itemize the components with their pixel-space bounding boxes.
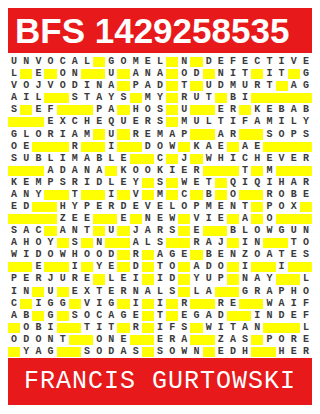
grid-cell-blocked bbox=[203, 165, 215, 177]
blocked-yellow-fill bbox=[263, 323, 275, 333]
blocked-yellow-fill bbox=[251, 262, 263, 272]
grid-letter: A bbox=[169, 130, 175, 140]
grid-letter: O bbox=[254, 250, 260, 260]
grid-cell-letter: A bbox=[142, 286, 154, 298]
grid-letter: D bbox=[145, 142, 151, 152]
blocked-yellow-fill bbox=[178, 226, 190, 236]
grid-letter: M bbox=[157, 190, 163, 200]
grid-letter: E bbox=[108, 262, 114, 272]
grid-letter: I bbox=[230, 154, 236, 164]
blocked-yellow-fill bbox=[81, 69, 93, 79]
grid-letter: T bbox=[242, 69, 248, 79]
blocked-yellow-fill bbox=[142, 178, 154, 188]
grid-cell-letter: N bbox=[142, 213, 154, 225]
grid-letter: E bbox=[121, 154, 127, 164]
grid-cell-letter: A bbox=[8, 237, 20, 249]
grid-cell-letter: M bbox=[227, 80, 239, 92]
grid-cell-letter: I bbox=[130, 298, 142, 310]
grid-letter: B bbox=[291, 190, 297, 200]
grid-cell-letter: R bbox=[251, 80, 263, 92]
grid-cell-blocked bbox=[57, 189, 69, 201]
grid-cell-letter: N bbox=[93, 80, 105, 92]
blocked-yellow-fill bbox=[166, 93, 178, 103]
grid-cell-letter: E bbox=[117, 153, 129, 165]
blocked-yellow-fill bbox=[276, 142, 288, 152]
grid-cell-letter: N bbox=[142, 68, 154, 80]
grid-letter: N bbox=[242, 274, 248, 284]
grid-cell-letter: L bbox=[142, 237, 154, 249]
grid-cell-letter: E bbox=[154, 213, 166, 225]
grid-letter: M bbox=[157, 130, 163, 140]
grid-cell-blocked bbox=[44, 261, 56, 273]
grid-cell-letter: D bbox=[105, 249, 117, 261]
grid-letter: E bbox=[303, 335, 309, 345]
grid-letter: K bbox=[121, 166, 127, 176]
grid-letter: H bbox=[23, 238, 29, 248]
grid-cell-letter: R bbox=[178, 298, 190, 310]
grid-letter: E bbox=[121, 178, 127, 188]
grid-letter: N bbox=[72, 69, 78, 79]
grid-letter: L bbox=[84, 57, 90, 67]
blocked-yellow-fill bbox=[276, 274, 288, 284]
grid-letter: D bbox=[121, 202, 127, 212]
grid-letter: W bbox=[206, 323, 212, 333]
blocked-yellow-fill bbox=[227, 287, 239, 297]
grid-letter: D bbox=[35, 250, 41, 260]
grid-cell-blocked bbox=[276, 322, 288, 334]
grid-letter: U bbox=[23, 154, 29, 164]
grid-letter: E bbox=[254, 142, 260, 152]
blocked-yellow-fill bbox=[166, 81, 178, 91]
blocked-yellow-fill bbox=[142, 190, 154, 200]
grid-letter: I bbox=[11, 287, 17, 297]
grid-cell-letter: W bbox=[178, 177, 190, 189]
grid-letter: A bbox=[108, 81, 114, 91]
grid-cell-blocked bbox=[227, 273, 239, 285]
blocked-yellow-fill bbox=[142, 154, 154, 164]
grid-cell-blocked bbox=[203, 298, 215, 310]
grid-cell-letter: O bbox=[44, 249, 56, 261]
grid-cell-letter: L bbox=[8, 68, 20, 80]
grid-letter: K bbox=[254, 105, 260, 115]
grid-cell-letter: E bbox=[117, 213, 129, 225]
grid-letter: A bbox=[266, 287, 272, 297]
grid-cell-blocked bbox=[190, 249, 202, 261]
grid-letter: N bbox=[230, 202, 236, 212]
grid-letter: A bbox=[206, 142, 212, 152]
grid-cell-letter: J bbox=[215, 237, 227, 249]
grid-cell-blocked bbox=[276, 237, 288, 249]
grid-cell-blocked bbox=[166, 116, 178, 128]
grid-cell-blocked bbox=[44, 213, 56, 225]
grid-letter: T bbox=[230, 323, 236, 333]
grid-cell-blocked bbox=[142, 298, 154, 310]
grid-cell-letter: E bbox=[227, 298, 239, 310]
blocked-yellow-fill bbox=[178, 287, 190, 297]
grid-cell-letter: O bbox=[57, 80, 69, 92]
grid-cell-blocked bbox=[8, 116, 20, 128]
grid-cell-blocked bbox=[130, 334, 142, 346]
grid-letter: R bbox=[157, 226, 163, 236]
grid-cell-letter: E bbox=[142, 56, 154, 68]
grid-cell-letter: E bbox=[142, 128, 154, 140]
grid-letter: W bbox=[181, 178, 187, 188]
grid-letter: B bbox=[230, 226, 236, 236]
grid-letter: A bbox=[60, 226, 66, 236]
author-name: FRANCIS GURTOWSKI bbox=[24, 367, 296, 396]
grid-letter: R bbox=[169, 335, 175, 345]
blocked-yellow-fill bbox=[142, 250, 154, 260]
grid-cell-letter: R bbox=[32, 273, 44, 285]
grid-cell-letter: S bbox=[239, 334, 251, 346]
grid-letter: T bbox=[206, 93, 212, 103]
grid-cell-letter: Q bbox=[251, 177, 263, 189]
grid-cell-letter: T bbox=[93, 286, 105, 298]
grid-cell-blocked bbox=[263, 92, 275, 104]
grid-cell-letter: W bbox=[263, 225, 275, 237]
grid-letter: I bbox=[84, 81, 90, 91]
grid-cell-blocked bbox=[178, 261, 190, 273]
grid-letter: N bbox=[230, 250, 236, 260]
blocked-yellow-fill bbox=[117, 69, 129, 79]
grid-cell-letter: L bbox=[190, 286, 202, 298]
blocked-yellow-fill bbox=[130, 154, 142, 164]
grid-letter: S bbox=[11, 226, 17, 236]
grid-cell-blocked bbox=[142, 310, 154, 322]
grid-letter: I bbox=[242, 262, 248, 272]
grid-cell-letter: Z bbox=[57, 213, 69, 225]
grid-cell-letter: F bbox=[300, 310, 312, 322]
grid-letter: R bbox=[35, 274, 41, 284]
grid-cell-letter: N bbox=[20, 56, 32, 68]
grid-cell-letter: R bbox=[300, 153, 312, 165]
grid-letter: N bbox=[23, 287, 29, 297]
grid-cell-letter: L bbox=[239, 225, 251, 237]
grid-cell-letter: I bbox=[93, 298, 105, 310]
grid-cell-letter: E bbox=[117, 177, 129, 189]
grid-cell-letter: H bbox=[251, 153, 263, 165]
grid-letter: E bbox=[121, 274, 127, 284]
grid-letter: I bbox=[23, 250, 29, 260]
grid-letter: A bbox=[11, 93, 17, 103]
grid-cell-letter: O bbox=[251, 225, 263, 237]
grid-cell-blocked bbox=[81, 68, 93, 80]
grid-cell-letter: E bbox=[81, 213, 93, 225]
grid-cell-blocked bbox=[57, 237, 69, 249]
grid-letter: L bbox=[108, 274, 114, 284]
grid-cell-blocked bbox=[44, 201, 56, 213]
grid-cell-letter: O bbox=[178, 201, 190, 213]
grid-cell-letter: P bbox=[130, 80, 142, 92]
grid-cell-letter: T bbox=[288, 237, 300, 249]
grid-letter: R bbox=[266, 190, 272, 200]
grid-cell-letter: O bbox=[178, 68, 190, 80]
blocked-yellow-fill bbox=[178, 238, 190, 248]
grid-cell-blocked bbox=[117, 249, 129, 261]
blocked-yellow-fill bbox=[81, 262, 93, 272]
blocked-yellow-fill bbox=[166, 69, 178, 79]
grid-cell-letter: E bbox=[288, 310, 300, 322]
grid-cell-letter: Y bbox=[32, 189, 44, 201]
grid-cell-letter: U bbox=[239, 80, 251, 92]
grid-letter: T bbox=[84, 93, 90, 103]
grid-cell-letter: G bbox=[105, 56, 117, 68]
grid-cell-letter: S bbox=[178, 322, 190, 334]
grid-cell-letter: N bbox=[227, 249, 239, 261]
grid-cell-blocked bbox=[32, 201, 44, 213]
grid-cell-blocked bbox=[20, 116, 32, 128]
blocked-yellow-fill bbox=[81, 190, 93, 200]
grid-letter: N bbox=[48, 335, 54, 345]
grid-letter: I bbox=[266, 69, 272, 79]
grid-letter: E bbox=[266, 105, 272, 115]
grid-cell-letter: V bbox=[44, 80, 56, 92]
blocked-yellow-fill bbox=[166, 117, 178, 127]
grid-letter: G bbox=[121, 311, 127, 321]
grid-letter: M bbox=[206, 202, 212, 212]
blocked-yellow-fill bbox=[288, 69, 300, 79]
grid-cell-letter: D bbox=[166, 273, 178, 285]
grid-cell-letter: L bbox=[166, 201, 178, 213]
grid-cell-letter: O bbox=[117, 56, 129, 68]
grid-cell-letter: E bbox=[288, 249, 300, 261]
grid-cell-letter: H bbox=[57, 201, 69, 213]
grid-cell-blocked bbox=[190, 322, 202, 334]
grid-cell-blocked bbox=[166, 298, 178, 310]
grid-cell-letter: A bbox=[130, 68, 142, 80]
grid-cell-blocked bbox=[166, 177, 178, 189]
grid-letter: A bbox=[242, 142, 248, 152]
grid-cell-letter: O bbox=[93, 346, 105, 358]
grid-letter: A bbox=[108, 311, 114, 321]
grid-letter: S bbox=[303, 250, 309, 260]
blocked-yellow-fill bbox=[8, 166, 20, 176]
grid-cell-letter: R bbox=[154, 225, 166, 237]
grid-cell-letter: O bbox=[93, 334, 105, 346]
grid-cell-letter: E bbox=[105, 261, 117, 273]
grid-cell-letter: I bbox=[203, 213, 215, 225]
blocked-yellow-fill bbox=[32, 311, 44, 321]
grid-letter: U bbox=[291, 226, 297, 236]
grid-cell-blocked bbox=[178, 273, 190, 285]
blocked-yellow-fill bbox=[117, 226, 129, 236]
grid-letter: J bbox=[181, 154, 187, 164]
blocked-yellow-fill bbox=[117, 299, 129, 309]
grid-cell-letter: R bbox=[227, 104, 239, 116]
grid-cell-blocked bbox=[288, 213, 300, 225]
grid-letter: E bbox=[303, 190, 309, 200]
grid-cell-blocked bbox=[227, 213, 239, 225]
grid-cell-letter: I bbox=[239, 92, 251, 104]
grid-cell-letter: B bbox=[203, 189, 215, 201]
grid-cell-letter: I bbox=[239, 177, 251, 189]
grid-cell-letter: L bbox=[44, 153, 56, 165]
grid-letter: S bbox=[157, 238, 163, 248]
grid-cell-blocked bbox=[251, 165, 263, 177]
grid-cell-blocked bbox=[44, 68, 56, 80]
grid-letter: A bbox=[133, 238, 139, 248]
blocked-yellow-fill bbox=[227, 311, 239, 321]
grid-cell-letter: E bbox=[44, 116, 56, 128]
blocked-yellow-fill bbox=[263, 142, 275, 152]
grid-cell-blocked bbox=[142, 346, 154, 358]
grid-letter: O bbox=[279, 335, 285, 345]
grid-cell-letter: A bbox=[93, 165, 105, 177]
grid-cell-letter: G bbox=[190, 310, 202, 322]
grid-letter: O bbox=[279, 202, 285, 212]
grid-cell-letter: B bbox=[32, 322, 44, 334]
grid-letter: P bbox=[218, 274, 224, 284]
grid-letter: H bbox=[291, 287, 297, 297]
grid-cell-letter: Q bbox=[227, 177, 239, 189]
grid-letter: P bbox=[11, 274, 17, 284]
grid-cell-letter: U bbox=[190, 92, 202, 104]
grid-cell-letter: E bbox=[20, 177, 32, 189]
blocked-yellow-fill bbox=[276, 93, 288, 103]
grid-letter: H bbox=[279, 347, 285, 357]
blocked-yellow-fill bbox=[93, 226, 105, 236]
grid-cell-letter: A bbox=[142, 80, 154, 92]
grid-letter: O bbox=[157, 142, 163, 152]
book-cover: BFS 1429258535 UNVOCALGOMELNDEFECTIVELEO… bbox=[0, 0, 320, 414]
grid-cell-letter: O bbox=[276, 128, 288, 140]
grid-cell-blocked bbox=[190, 189, 202, 201]
grid-letter: T bbox=[279, 69, 285, 79]
grid-cell-letter: I bbox=[130, 273, 142, 285]
grid-cell-letter: A bbox=[227, 334, 239, 346]
grid-letter: T bbox=[242, 166, 248, 176]
blocked-yellow-fill bbox=[203, 226, 215, 236]
grid-letter: X bbox=[84, 287, 90, 297]
grid-cell-blocked bbox=[32, 141, 44, 153]
grid-cell-letter: F bbox=[44, 104, 56, 116]
grid-cell-blocked bbox=[142, 261, 154, 273]
grid-letter: W bbox=[266, 226, 272, 236]
grid-cell-letter: K bbox=[117, 165, 129, 177]
grid-cell-blocked bbox=[57, 261, 69, 273]
blocked-yellow-fill bbox=[276, 81, 288, 91]
grid-cell-letter: D bbox=[203, 56, 215, 68]
grid-cell-letter: S bbox=[57, 177, 69, 189]
grid-cell-letter: T bbox=[276, 249, 288, 261]
blocked-yellow-fill bbox=[142, 335, 154, 345]
grid-cell-letter: Y bbox=[44, 237, 56, 249]
grid-cell-letter: S bbox=[154, 177, 166, 189]
blocked-yellow-fill bbox=[288, 214, 300, 224]
grid-cell-letter: G bbox=[166, 249, 178, 261]
grid-cell-blocked bbox=[81, 189, 93, 201]
grid-cell-letter: E bbox=[178, 165, 190, 177]
grid-cell-letter: T bbox=[215, 116, 227, 128]
grid-cell-letter: T bbox=[81, 92, 93, 104]
grid-letter: R bbox=[303, 347, 309, 357]
grid-letter: T bbox=[84, 226, 90, 236]
blocked-yellow-fill bbox=[190, 154, 202, 164]
grid-cell-blocked bbox=[288, 141, 300, 153]
blocked-yellow-fill bbox=[32, 214, 44, 224]
grid-cell-letter: L bbox=[154, 56, 166, 68]
grid-cell-blocked bbox=[263, 237, 275, 249]
grid-letter: N bbox=[254, 238, 260, 248]
grid-letter: N bbox=[145, 69, 151, 79]
grid-letter: E bbox=[218, 250, 224, 260]
grid-cell-letter: R bbox=[300, 346, 312, 358]
grid-letter: E bbox=[145, 57, 151, 67]
grid-letter: L bbox=[11, 69, 17, 79]
grid-letter: L bbox=[35, 93, 41, 103]
grid-cell-letter: O bbox=[263, 213, 275, 225]
grid-cell-letter: P bbox=[276, 286, 288, 298]
blocked-yellow-fill bbox=[32, 142, 44, 152]
grid-cell-blocked bbox=[57, 310, 69, 322]
grid-cell-letter: I bbox=[227, 116, 239, 128]
blocked-yellow-fill bbox=[81, 142, 93, 152]
blocked-yellow-fill bbox=[117, 323, 129, 333]
grid-cell-letter: V bbox=[8, 80, 20, 92]
grid-letter: U bbox=[108, 226, 114, 236]
grid-letter: P bbox=[291, 130, 297, 140]
grid-cell-letter: S bbox=[81, 346, 93, 358]
blocked-yellow-fill bbox=[239, 311, 251, 321]
grid-cell-blocked bbox=[105, 165, 117, 177]
blocked-yellow-fill bbox=[166, 190, 178, 200]
blocked-yellow-fill bbox=[57, 287, 69, 297]
grid-cell-letter: H bbox=[69, 249, 81, 261]
blocked-yellow-fill bbox=[203, 299, 215, 309]
grid-letter: A bbox=[206, 238, 212, 248]
grid-letter: Q bbox=[254, 178, 260, 188]
grid-cell-letter: U bbox=[178, 104, 190, 116]
grid-letter: F bbox=[303, 311, 309, 321]
blocked-yellow-fill bbox=[69, 323, 81, 333]
blocked-yellow-fill bbox=[57, 142, 69, 152]
blocked-yellow-fill bbox=[300, 166, 312, 176]
grid-letter: U bbox=[181, 105, 187, 115]
grid-cell-letter: B bbox=[203, 249, 215, 261]
grid-cell-letter: F bbox=[300, 298, 312, 310]
blocked-yellow-fill bbox=[32, 166, 44, 176]
blocked-yellow-fill bbox=[105, 238, 117, 248]
grid-letter: N bbox=[108, 335, 114, 345]
grid-letter: A bbox=[121, 347, 127, 357]
grid-cell-letter: A bbox=[8, 92, 20, 104]
grid-letter: V bbox=[84, 299, 90, 309]
grid-cell-letter: U bbox=[203, 273, 215, 285]
grid-letter: E bbox=[84, 214, 90, 224]
grid-letter: T bbox=[60, 335, 66, 345]
grid-cell-letter: I bbox=[154, 273, 166, 285]
grid-cell-letter: I bbox=[251, 310, 263, 322]
grid-letter: O bbox=[145, 105, 151, 115]
grid-letter: M bbox=[266, 166, 272, 176]
grid-cell-letter: E bbox=[215, 201, 227, 213]
grid-cell-letter: M bbox=[203, 201, 215, 213]
blocked-yellow-fill bbox=[44, 190, 56, 200]
grid-cell-letter: E bbox=[130, 201, 142, 213]
grid-cell-blocked bbox=[69, 334, 81, 346]
grid-letter: O bbox=[48, 57, 54, 67]
grid-cell-letter: A bbox=[105, 310, 117, 322]
grid-letter: D bbox=[279, 311, 285, 321]
grid-letter: M bbox=[230, 81, 236, 91]
grid-cell-blocked bbox=[251, 298, 263, 310]
blocked-yellow-fill bbox=[57, 93, 69, 103]
grid-cell-letter: Y bbox=[93, 261, 105, 273]
grid-letter: Y bbox=[133, 178, 139, 188]
grid-letter: D bbox=[206, 57, 212, 67]
blocked-yellow-fill bbox=[44, 214, 56, 224]
blocked-yellow-fill bbox=[142, 311, 154, 321]
